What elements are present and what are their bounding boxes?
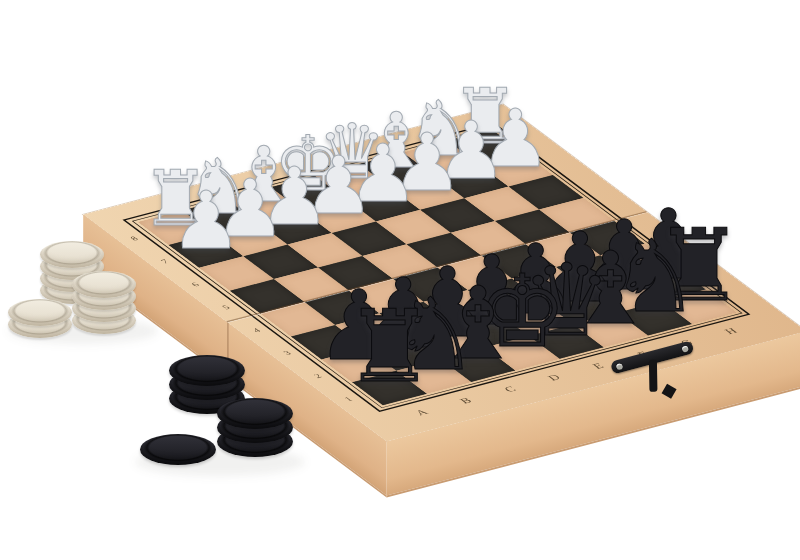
rank-label-8: 8 <box>128 235 140 242</box>
file-label-E: E <box>589 361 607 371</box>
rank-label-4: 4 <box>251 327 263 334</box>
checker-disc-white-stack3 <box>8 299 72 326</box>
checker-disc-black-stack1 <box>169 355 245 386</box>
rank-label-2: 2 <box>312 373 324 380</box>
checker-disc-white-stack2 <box>72 271 136 298</box>
product-photo-scene: ABCDEFGH12345678 ♜♞♝♚♛♝♞♜♟♟♟♟♟♟♟♟♟♟♟♟♟♟♟… <box>0 0 800 560</box>
file-label-H: H <box>721 326 741 336</box>
file-label-B: B <box>457 396 476 406</box>
latch-hook <box>649 360 658 392</box>
checker-disc-black-stack3 <box>140 434 216 465</box>
rank-label-5: 5 <box>220 304 232 311</box>
checker-disc-white-stack1 <box>40 241 104 268</box>
rank-label-6: 6 <box>189 281 201 288</box>
rank-label-1: 1 <box>342 396 354 403</box>
rank-label-7: 7 <box>159 258 171 265</box>
checker-disc-black-stack2 <box>217 398 293 429</box>
latch-hook-tip <box>662 384 677 399</box>
file-label-C: C <box>501 384 520 394</box>
file-label-A: A <box>412 407 432 417</box>
rank-label-3: 3 <box>281 350 293 357</box>
file-label-D: D <box>545 372 565 382</box>
